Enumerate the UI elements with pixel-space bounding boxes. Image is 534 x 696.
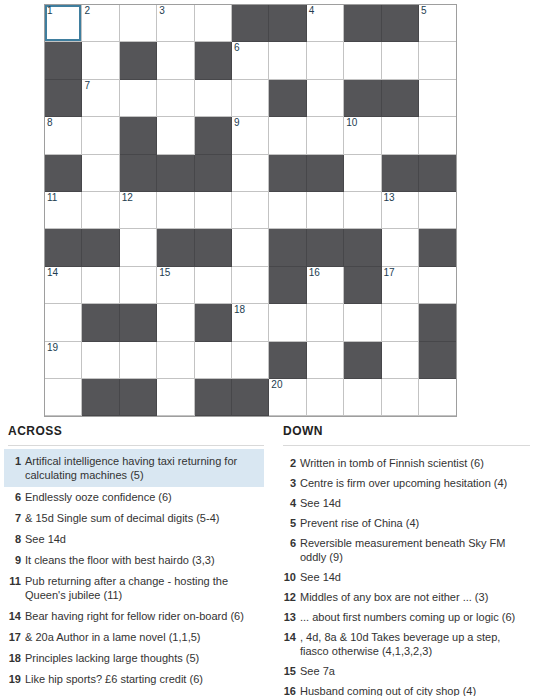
cell-number-20: 20: [271, 379, 282, 391]
block-cell-7-11: [419, 229, 456, 266]
cell-9-9[interactable]: [344, 304, 381, 341]
down-column: DOWN 2Written in tomb of Finnish scienti…: [283, 420, 530, 696]
block-cell-9-3: [120, 304, 157, 341]
block-cell-5-7: [269, 155, 306, 192]
crossword-grid: 1234567891011121314151617181920: [44, 4, 457, 417]
clue-text: Reversible measurement beneath Sky FM od…: [300, 536, 530, 564]
cell-6-9[interactable]: [344, 192, 381, 229]
cell-number-6: 6: [234, 42, 240, 54]
down-clue-6[interactable]: 6Reversible measurement beneath Sky FM o…: [283, 533, 530, 567]
cell-6-11[interactable]: [419, 192, 456, 229]
clue-text: Middles of any box are not either ... (3…: [300, 590, 530, 604]
block-cell-11-6: [232, 379, 269, 416]
cell-number-17: 17: [384, 267, 395, 279]
clue-text: See 14d: [300, 570, 530, 584]
cell-6-7[interactable]: [269, 192, 306, 229]
clue-number: 1: [8, 454, 21, 482]
cell-7-3[interactable]: [120, 229, 157, 266]
cell-4-2[interactable]: [82, 117, 119, 154]
cell-4-7[interactable]: [269, 117, 306, 154]
clue-text: Prevent rise of China (4): [300, 516, 530, 530]
clue-text: Artifical intelligence having taxi retur…: [25, 454, 260, 482]
cell-4-11[interactable]: [419, 117, 456, 154]
across-clue-14[interactable]: 14Bear having right for fellow rider on-…: [8, 606, 264, 627]
cell-8-5[interactable]: [195, 267, 232, 304]
down-clue-16[interactable]: 16Husband coming out of city shop (4): [283, 681, 530, 696]
cell-1-2[interactable]: 2: [82, 5, 119, 42]
cell-8-3[interactable]: [120, 267, 157, 304]
cell-number-4: 4: [309, 5, 315, 17]
clue-text: Written in tomb of Finnish scientist (6): [300, 456, 530, 470]
block-cell-4-5: [195, 117, 232, 154]
down-clue-2[interactable]: 2Written in tomb of Finnish scientist (6…: [283, 453, 530, 473]
down-clue-3[interactable]: 3Centre is firm over upcoming hesitation…: [283, 473, 530, 493]
across-clue-list: 1Artifical intelligence having taxi retu…: [8, 449, 264, 696]
block-cell-10-7: [269, 342, 306, 379]
cell-4-9[interactable]: 10: [344, 117, 381, 154]
clue-number: 12: [283, 590, 296, 604]
cell-9-4[interactable]: [157, 304, 194, 341]
cell-8-11[interactable]: [419, 267, 456, 304]
cell-10-4[interactable]: [157, 342, 194, 379]
cell-number-14: 14: [47, 267, 58, 279]
block-cell-3-1: [45, 80, 82, 117]
clue-number: 4: [283, 496, 296, 510]
clue-number: 2: [283, 456, 296, 470]
cell-8-6[interactable]: [232, 267, 269, 304]
clue-number: 19: [8, 672, 21, 686]
cell-8-8[interactable]: 16: [307, 267, 344, 304]
cell-11-1[interactable]: [45, 379, 82, 416]
block-cell-3-10: [382, 80, 419, 117]
across-heading: ACROSS: [8, 420, 264, 446]
cell-7-6[interactable]: [232, 229, 269, 266]
clue-text: Like hip sports? £6 starting credit (6): [25, 672, 264, 686]
block-cell-9-11: [419, 304, 456, 341]
cell-10-10[interactable]: [382, 342, 419, 379]
cell-3-5[interactable]: [195, 80, 232, 117]
cell-number-11: 11: [47, 192, 57, 204]
block-cell-7-2: [82, 229, 119, 266]
cell-3-2[interactable]: 7: [82, 80, 119, 117]
cell-number-12: 12: [122, 192, 133, 204]
cell-3-11[interactable]: [419, 80, 456, 117]
cell-1-8[interactable]: 4: [307, 5, 344, 42]
clue-text: See 14d: [300, 496, 530, 510]
block-cell-2-3: [120, 42, 157, 79]
cell-5-9[interactable]: [344, 155, 381, 192]
cell-number-15: 15: [159, 267, 170, 279]
clue-number: 13: [283, 610, 296, 624]
cell-6-5[interactable]: [195, 192, 232, 229]
cell-10-2[interactable]: [82, 342, 119, 379]
cell-2-10[interactable]: [382, 42, 419, 79]
cell-5-6[interactable]: [232, 155, 269, 192]
block-cell-2-1: [45, 42, 82, 79]
clue-number: 7: [8, 511, 21, 525]
clue-number: 8: [8, 532, 21, 546]
block-cell-7-8: [307, 229, 344, 266]
cell-number-10: 10: [346, 117, 357, 129]
cell-10-6[interactable]: [232, 342, 269, 379]
clue-number: 10: [283, 570, 296, 584]
clue-text: Endlessly ooze confidence (6): [25, 490, 264, 504]
clue-number: 14: [283, 630, 296, 658]
cell-3-6[interactable]: [232, 80, 269, 117]
clue-text: & 15d Single sum of decimal digits (5-4): [25, 511, 264, 525]
cell-2-4[interactable]: [157, 42, 194, 79]
clue-number: 9: [8, 553, 21, 567]
across-clue-17[interactable]: 17& 20a Author in a lame novel (1,1,5): [8, 627, 264, 648]
clue-number: 11: [8, 574, 21, 602]
clue-text: Centre is firm over upcoming hesitation …: [300, 476, 530, 490]
cell-3-8[interactable]: [307, 80, 344, 117]
block-cell-5-3: [120, 155, 157, 192]
block-cell-10-9: [344, 342, 381, 379]
across-clue-20[interactable]: 20see 17a: [8, 690, 264, 696]
down-clue-5[interactable]: 5Prevent rise of China (4): [283, 513, 530, 533]
clue-number: 15: [283, 664, 296, 678]
cell-number-9: 9: [234, 117, 240, 129]
cell-number-16: 16: [309, 267, 320, 279]
cell-number-8: 8: [47, 117, 53, 129]
cell-2-7[interactable]: [269, 42, 306, 79]
clue-number: 5: [283, 516, 296, 530]
cell-3-4[interactable]: [157, 80, 194, 117]
cell-number-3: 3: [159, 5, 165, 17]
down-clue-10[interactable]: 10See 14d: [283, 567, 530, 587]
across-clue-9[interactable]: 9It cleans the floor with best hairdo (3…: [8, 550, 264, 571]
across-clue-1[interactable]: 1Artifical intelligence having taxi retu…: [4, 449, 264, 487]
down-clue-15[interactable]: 15See 7a: [283, 661, 530, 681]
across-clue-11[interactable]: 11Pub returning after a change - hosting…: [8, 571, 264, 606]
cell-6-4[interactable]: [157, 192, 194, 229]
down-clue-4[interactable]: 4See 14d: [283, 493, 530, 513]
cell-11-11[interactable]: [419, 379, 456, 416]
cell-6-2[interactable]: [82, 192, 119, 229]
cell-11-10[interactable]: [382, 379, 419, 416]
clue-text: Bear having right for fellow rider on-bo…: [25, 609, 264, 623]
block-cell-7-9: [344, 229, 381, 266]
cell-8-4[interactable]: 15: [157, 267, 194, 304]
cell-number-18: 18: [234, 304, 245, 316]
cell-2-2[interactable]: [82, 42, 119, 79]
cell-10-3[interactable]: [120, 342, 157, 379]
block-cell-5-5: [195, 155, 232, 192]
cell-4-1[interactable]: 8: [45, 117, 82, 154]
cell-6-6[interactable]: [232, 192, 269, 229]
cell-10-8[interactable]: [307, 342, 344, 379]
cell-6-1[interactable]: 11: [45, 192, 82, 229]
cell-2-8[interactable]: [307, 42, 344, 79]
cell-1-3[interactable]: [120, 5, 157, 42]
cell-2-11[interactable]: [419, 42, 456, 79]
cell-4-10[interactable]: [382, 117, 419, 154]
cell-5-2[interactable]: [82, 155, 119, 192]
block-cell-8-7: [269, 267, 306, 304]
down-clue-13[interactable]: 13... about first numbers coming up or l…: [283, 607, 530, 627]
across-column: ACROSS 1Artifical intelligence having ta…: [8, 420, 264, 696]
clue-text: , 4d, 8a & 10d Takes beverage up a step,…: [300, 630, 530, 658]
clue-number: 6: [8, 490, 21, 504]
across-clue-7[interactable]: 7& 15d Single sum of decimal digits (5-4…: [8, 508, 264, 529]
cell-8-2[interactable]: [82, 267, 119, 304]
clue-text: & 20a Author in a lame novel (1,1,5): [25, 630, 264, 644]
block-cell-11-3: [120, 379, 157, 416]
block-cell-1-9: [344, 5, 381, 42]
cell-number-5: 5: [421, 5, 427, 17]
clue-text: Husband coming out of city shop (4): [300, 684, 530, 696]
clue-number: 18: [8, 651, 21, 665]
cell-number-19: 19: [47, 342, 58, 354]
cell-2-6[interactable]: 6: [232, 42, 269, 79]
down-clue-list: 2Written in tomb of Finnish scientist (6…: [283, 453, 530, 696]
across-clue-8[interactable]: 8See 14d: [8, 529, 264, 550]
clue-text: ... about first numbers coming up or log…: [300, 610, 530, 624]
block-cell-9-5: [195, 304, 232, 341]
block-cell-5-8: [307, 155, 344, 192]
down-clue-12[interactable]: 12Middles of any box are not either ... …: [283, 587, 530, 607]
cell-number-7: 7: [84, 80, 90, 92]
cell-number-1: 1: [47, 5, 53, 17]
clue-text: Pub returning after a change - hosting t…: [25, 574, 264, 602]
cell-10-5[interactable]: [195, 342, 232, 379]
clue-text: See 7a: [300, 664, 530, 678]
clue-text: Principles lacking large thoughts (5): [25, 651, 264, 665]
block-cell-5-1: [45, 155, 82, 192]
cell-4-4[interactable]: [157, 117, 194, 154]
block-cell-2-5: [195, 42, 232, 79]
clue-number: 17: [8, 630, 21, 644]
clue-number: 16: [283, 684, 296, 696]
cell-8-10[interactable]: 17: [382, 267, 419, 304]
block-cell-7-1: [45, 229, 82, 266]
cell-9-8[interactable]: [307, 304, 344, 341]
block-cell-5-4: [157, 155, 194, 192]
block-cell-1-6: [232, 5, 269, 42]
cell-10-1[interactable]: 19: [45, 342, 82, 379]
cell-11-4[interactable]: [157, 379, 194, 416]
cell-number-13: 13: [384, 192, 395, 204]
block-cell-5-10: [382, 155, 419, 192]
block-cell-3-7: [269, 80, 306, 117]
cell-11-9[interactable]: [344, 379, 381, 416]
cell-1-1[interactable]: 1: [45, 5, 82, 42]
clue-text: See 14d: [25, 532, 264, 546]
block-cell-7-5: [195, 229, 232, 266]
cell-9-10[interactable]: [382, 304, 419, 341]
block-cell-8-9: [344, 267, 381, 304]
across-clue-18[interactable]: 18Principles lacking large thoughts (5): [8, 648, 264, 669]
block-cell-11-5: [195, 379, 232, 416]
cell-6-8[interactable]: [307, 192, 344, 229]
across-clue-19[interactable]: 19Like hip sports? £6 starting credit (6…: [8, 669, 264, 690]
block-cell-1-10: [382, 5, 419, 42]
block-cell-3-9: [344, 80, 381, 117]
cell-11-8[interactable]: [307, 379, 344, 416]
cell-1-5[interactable]: [195, 5, 232, 42]
cell-11-7[interactable]: 20: [269, 379, 306, 416]
block-cell-1-7: [269, 5, 306, 42]
cell-9-7[interactable]: [269, 304, 306, 341]
block-cell-11-2: [82, 379, 119, 416]
cell-1-4[interactable]: 3: [157, 5, 194, 42]
cell-3-3[interactable]: [120, 80, 157, 117]
block-cell-7-4: [157, 229, 194, 266]
cell-4-8[interactable]: [307, 117, 344, 154]
cell-9-6[interactable]: 18: [232, 304, 269, 341]
cell-7-10[interactable]: [382, 229, 419, 266]
block-cell-4-3: [120, 117, 157, 154]
cell-6-10[interactable]: 13: [382, 192, 419, 229]
clue-text: It cleans the floor with best hairdo (3,…: [25, 553, 264, 567]
block-cell-10-11: [419, 342, 456, 379]
cell-1-11[interactable]: 5: [419, 5, 456, 42]
cell-number-2: 2: [84, 5, 90, 17]
cell-6-3[interactable]: 12: [120, 192, 157, 229]
cell-8-1[interactable]: 14: [45, 267, 82, 304]
clue-number: 6: [283, 536, 296, 564]
block-cell-9-2: [82, 304, 119, 341]
clue-number: 14: [8, 609, 21, 623]
clue-number: 3: [283, 476, 296, 490]
block-cell-7-7: [269, 229, 306, 266]
cell-2-9[interactable]: [344, 42, 381, 79]
cell-4-6[interactable]: 9: [232, 117, 269, 154]
block-cell-5-11: [419, 155, 456, 192]
down-heading: DOWN: [283, 420, 530, 446]
down-clue-14[interactable]: 14, 4d, 8a & 10d Takes beverage up a ste…: [283, 627, 530, 661]
cell-9-1[interactable]: [45, 304, 82, 341]
across-clue-6[interactable]: 6Endlessly ooze confidence (6): [8, 487, 264, 508]
